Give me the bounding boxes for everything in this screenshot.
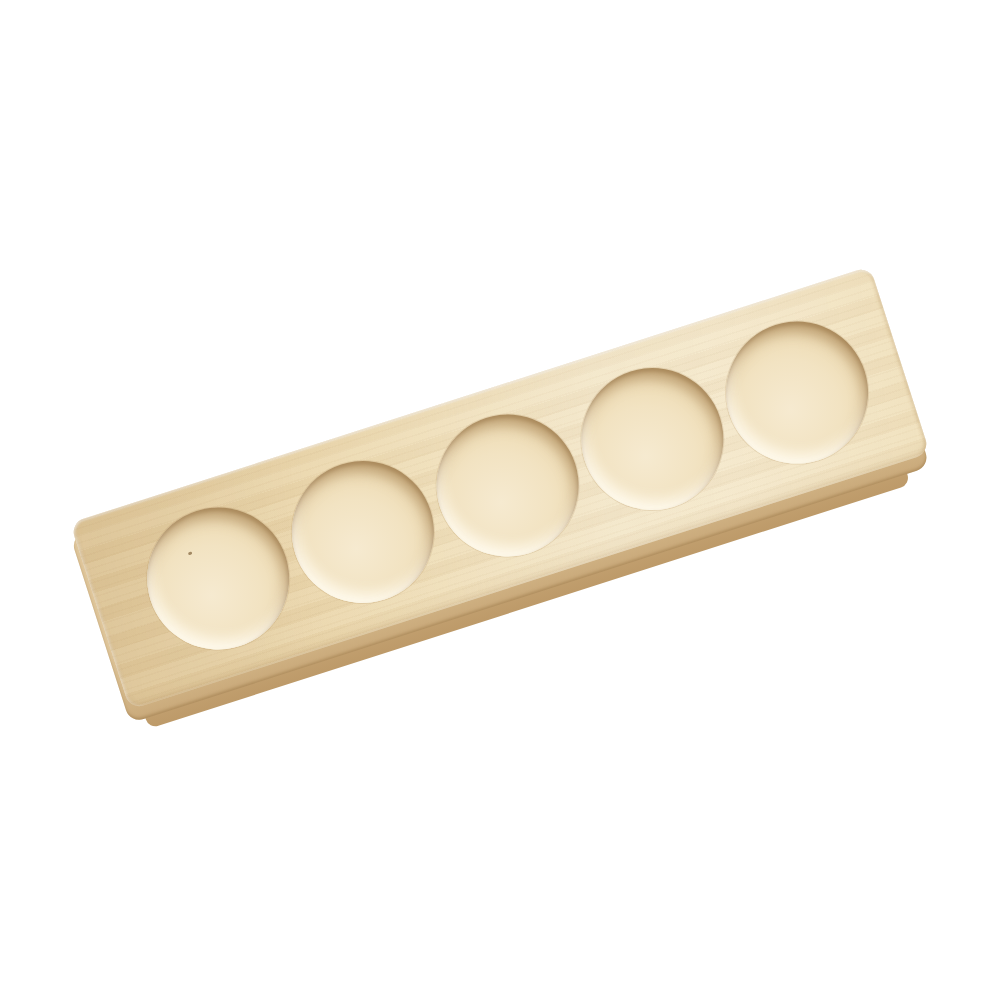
pit-1[interactable] [129, 489, 308, 668]
pit-4[interactable] [563, 350, 742, 529]
pit-grid [70, 266, 930, 709]
photo-canvas [0, 0, 1000, 1000]
pit-5[interactable] [708, 303, 887, 482]
pit-2[interactable] [274, 443, 453, 622]
wooden-tray [70, 266, 930, 709]
pit-3[interactable] [418, 396, 597, 575]
tray-top-surface [70, 266, 930, 709]
